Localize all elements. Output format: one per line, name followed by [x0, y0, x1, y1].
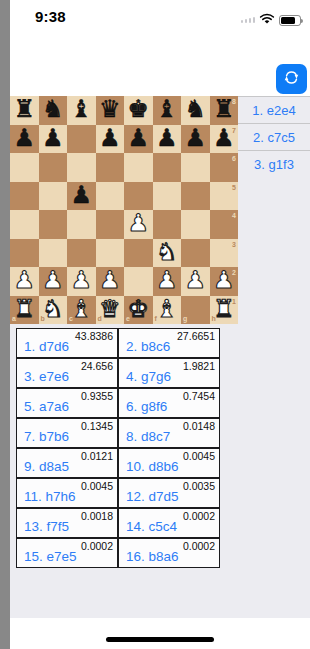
candidate-move-cell[interactable]: 3. e7e624.656 — [16, 358, 118, 388]
candidate-move-cell[interactable]: 7. b7b60.1345 — [16, 418, 118, 448]
candidate-move-cell[interactable]: 4. g7g61.9821 — [118, 358, 220, 388]
square-a3[interactable] — [10, 239, 39, 268]
move-history-item[interactable]: 1. e2e4 — [238, 96, 310, 123]
black-rook: ♜ — [210, 95, 239, 124]
black-pawn: ♟ — [67, 181, 96, 210]
square-g4[interactable] — [181, 210, 210, 239]
candidate-move-cell[interactable]: 9. d8a50.0121 — [16, 448, 118, 478]
candidate-move-score: 1.9821 — [183, 360, 215, 372]
rank-label-5: 5 — [232, 184, 236, 191]
black-pawn: ♟ — [10, 124, 39, 153]
candidate-move-score: 0.7454 — [183, 390, 215, 402]
white-pawn: ♟ — [210, 266, 239, 295]
cellular-signal-icon — [241, 15, 256, 25]
square-h2[interactable]: 2♟ — [210, 267, 239, 296]
square-f1[interactable]: f♝ — [153, 296, 182, 325]
square-b8[interactable]: ♞ — [39, 96, 68, 125]
square-e7[interactable]: ♟ — [124, 125, 153, 154]
square-c2[interactable]: ♟ — [67, 267, 96, 296]
candidate-move-cell[interactable]: 1. d7d643.8386 — [16, 328, 118, 358]
black-pawn: ♟ — [124, 124, 153, 153]
candidate-move-label: 5. a7a6 — [24, 399, 69, 414]
square-e4[interactable]: ♟ — [124, 210, 153, 239]
square-e5[interactable] — [124, 182, 153, 211]
square-f4[interactable] — [153, 210, 182, 239]
square-d4[interactable] — [96, 210, 125, 239]
square-c8[interactable]: ♝ — [67, 96, 96, 125]
square-h8[interactable]: 8♜ — [210, 96, 239, 125]
white-pawn: ♟ — [39, 266, 68, 295]
square-f3[interactable]: ♞ — [153, 239, 182, 268]
square-a8[interactable]: ♜ — [10, 96, 39, 125]
square-b5[interactable] — [39, 182, 68, 211]
candidate-move-cell[interactable]: 15. e7e50.0002 — [16, 538, 118, 568]
rank-label-4: 4 — [232, 212, 236, 219]
status-bar: 9:38 — [10, 0, 310, 44]
square-e3[interactable] — [124, 239, 153, 268]
square-d1[interactable]: d♛ — [96, 296, 125, 325]
square-c7[interactable] — [67, 125, 96, 154]
file-label-g: g — [183, 315, 187, 322]
black-pawn: ♟ — [210, 124, 239, 153]
candidate-move-cell[interactable]: 5. a7a60.9355 — [16, 388, 118, 418]
candidate-move-score: 0.1345 — [81, 420, 113, 432]
white-bishop: ♝ — [153, 295, 182, 324]
candidate-move-score: 0.0018 — [81, 510, 113, 522]
white-bishop: ♝ — [67, 295, 96, 324]
square-h7[interactable]: 7♟ — [210, 125, 239, 154]
candidate-move-label: 9. d8a5 — [24, 459, 69, 474]
white-knight: ♞ — [153, 238, 182, 267]
candidate-move-score: 0.0002 — [183, 540, 215, 552]
black-pawn: ♟ — [39, 124, 68, 153]
candidate-move-label: 12. d7d5 — [126, 489, 179, 504]
square-a4[interactable] — [10, 210, 39, 239]
battery-icon — [279, 15, 301, 26]
candidate-move-cell[interactable]: 11. h7h60.0045 — [16, 478, 118, 508]
square-h3[interactable]: 3 — [210, 239, 239, 268]
square-a1[interactable]: a♜ — [10, 296, 39, 325]
candidate-move-cell[interactable]: 10. d8b60.0045 — [118, 448, 220, 478]
candidate-move-label: 13. f7f5 — [24, 519, 69, 534]
home-indicator[interactable] — [106, 637, 214, 642]
white-pawn: ♟ — [96, 266, 125, 295]
black-bishop: ♝ — [67, 95, 96, 124]
candidate-move-label: 7. b7b6 — [24, 429, 69, 444]
candidate-move-label: 3. e7e6 — [24, 369, 69, 384]
square-d6[interactable] — [96, 153, 125, 182]
wifi-icon — [259, 11, 275, 29]
white-knight: ♞ — [39, 295, 68, 324]
square-a5[interactable] — [10, 182, 39, 211]
square-d7[interactable]: ♟ — [96, 125, 125, 154]
white-pawn: ♟ — [10, 266, 39, 295]
candidate-move-label: 15. e7e5 — [24, 549, 77, 564]
move-history-item[interactable]: 2. c7c5 — [238, 123, 310, 150]
square-g8[interactable]: ♞ — [181, 96, 210, 125]
square-g5[interactable] — [181, 182, 210, 211]
candidate-move-label: 10. d8b6 — [126, 459, 179, 474]
candidate-move-score: 0.0121 — [81, 450, 113, 462]
white-rook: ♜ — [210, 295, 239, 324]
square-g3[interactable] — [181, 239, 210, 268]
candidate-move-score: 0.0148 — [183, 420, 215, 432]
black-pawn: ♟ — [153, 124, 182, 153]
square-a6[interactable] — [10, 153, 39, 182]
white-king: ♚ — [124, 295, 153, 324]
black-knight: ♞ — [39, 95, 68, 124]
square-c3[interactable] — [67, 239, 96, 268]
candidate-move-label: 16. b8a6 — [126, 549, 179, 564]
repeat-icon — [283, 69, 300, 89]
candidate-move-label: 8. d8c7 — [126, 429, 170, 444]
square-b7[interactable]: ♟ — [39, 125, 68, 154]
square-g6[interactable] — [181, 153, 210, 182]
candidate-move-score: 0.9355 — [81, 390, 113, 402]
candidate-move-cell[interactable]: 13. f7f50.0018 — [16, 508, 118, 538]
candidate-move-label: 14. c5c4 — [126, 519, 177, 534]
candidate-move-label: 2. b8c6 — [126, 339, 170, 354]
black-knight: ♞ — [181, 95, 210, 124]
square-f5[interactable] — [153, 182, 182, 211]
candidate-move-score: 0.0045 — [81, 480, 113, 492]
square-g2[interactable]: ♟ — [181, 267, 210, 296]
candidate-move-cell[interactable]: 2. b8c627.6651 — [118, 328, 220, 358]
square-b6[interactable] — [39, 153, 68, 182]
square-h4[interactable]: 4 — [210, 210, 239, 239]
candidate-move-score: 0.0002 — [81, 540, 113, 552]
move-history-panel: 1. e2e42. c7c53. g1f3 — [238, 96, 310, 177]
square-b2[interactable]: ♟ — [39, 267, 68, 296]
square-c5[interactable]: ♟ — [67, 182, 96, 211]
candidate-move-label: 6. g8f6 — [126, 399, 167, 414]
status-icons — [241, 11, 302, 29]
candidate-move-score: 27.6651 — [177, 330, 215, 342]
app-screen: 9:38 — [10, 0, 310, 649]
candidate-move-score: 43.8386 — [75, 330, 113, 342]
square-e2[interactable] — [124, 267, 153, 296]
square-e1[interactable]: e♚ — [124, 296, 153, 325]
candidate-move-cell[interactable]: 8. d8c70.0148 — [118, 418, 220, 448]
white-rook: ♜ — [10, 295, 39, 324]
square-c6[interactable] — [67, 153, 96, 182]
square-b1[interactable]: b♞ — [39, 296, 68, 325]
candidate-move-cell[interactable]: 14. c5c40.0002 — [118, 508, 220, 538]
candidate-move-label: 11. h7h6 — [24, 489, 76, 504]
square-a2[interactable]: ♟ — [10, 267, 39, 296]
chess-board: ♜♞♝♛♚♝♞8♜♟♟♟♟♟♟7♟6♟5♟4♞3♟♟♟♟♟♟2♟a♜b♞c♝d♛… — [10, 96, 238, 324]
square-b3[interactable] — [39, 239, 68, 268]
candidate-moves-table: 1. d7d643.83862. b8c627.66513. e7e624.65… — [16, 328, 220, 568]
square-f7[interactable]: ♟ — [153, 125, 182, 154]
square-e8[interactable]: ♚ — [124, 96, 153, 125]
candidate-move-score: 0.0045 — [183, 450, 215, 462]
white-queen: ♛ — [96, 295, 125, 324]
candidate-move-score: 24.656 — [81, 360, 113, 372]
white-pawn: ♟ — [181, 266, 210, 295]
rank-label-3: 3 — [232, 241, 236, 248]
square-g1[interactable]: g — [181, 296, 210, 325]
square-f6[interactable] — [153, 153, 182, 182]
white-pawn: ♟ — [153, 266, 182, 295]
black-pawn: ♟ — [181, 124, 210, 153]
square-h5[interactable]: 5 — [210, 182, 239, 211]
square-h1[interactable]: 1h♜ — [210, 296, 239, 325]
black-pawn: ♟ — [96, 124, 125, 153]
square-d3[interactable] — [96, 239, 125, 268]
square-d5[interactable] — [96, 182, 125, 211]
candidate-move-cell[interactable]: 6. g8f60.7454 — [118, 388, 220, 418]
black-queen: ♛ — [96, 95, 125, 124]
square-f8[interactable]: ♝ — [153, 96, 182, 125]
square-f2[interactable]: ♟ — [153, 267, 182, 296]
black-rook: ♜ — [10, 95, 39, 124]
candidate-move-label: 1. d7d6 — [24, 339, 69, 354]
square-a7[interactable]: ♟ — [10, 125, 39, 154]
candidate-move-score: 0.0002 — [183, 510, 215, 522]
square-h6[interactable]: 6 — [210, 153, 239, 182]
candidate-move-cell[interactable]: 16. b8a60.0002 — [118, 538, 220, 568]
square-c1[interactable]: c♝ — [67, 296, 96, 325]
white-pawn: ♟ — [124, 209, 153, 238]
home-strip — [10, 618, 310, 649]
square-c4[interactable] — [67, 210, 96, 239]
candidate-move-score: 0.0035 — [183, 480, 215, 492]
square-b4[interactable] — [39, 210, 68, 239]
white-pawn: ♟ — [67, 266, 96, 295]
square-d2[interactable]: ♟ — [96, 267, 125, 296]
square-e6[interactable] — [124, 153, 153, 182]
move-history-item[interactable]: 3. g1f3 — [238, 150, 310, 177]
square-g7[interactable]: ♟ — [181, 125, 210, 154]
black-bishop: ♝ — [153, 95, 182, 124]
clock-time: 9:38 — [35, 8, 66, 25]
square-d8[interactable]: ♛ — [96, 96, 125, 125]
refresh-button[interactable] — [276, 64, 307, 94]
black-king: ♚ — [124, 95, 153, 124]
candidate-move-cell[interactable]: 12. d7d50.0035 — [118, 478, 220, 508]
rank-label-6: 6 — [232, 155, 236, 162]
candidate-move-label: 4. g7g6 — [126, 369, 171, 384]
